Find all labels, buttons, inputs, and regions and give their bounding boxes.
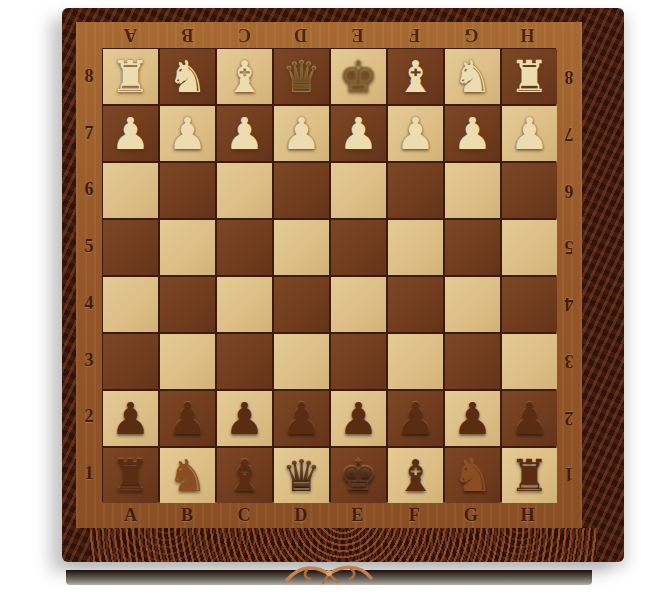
square-g6[interactable] — [445, 163, 500, 218]
rank-right-label-5: 5 — [556, 218, 582, 275]
board-frame: ABCDEFGH ABCDEFGH 87654321 87654321 ♜♞♝♛… — [76, 22, 582, 528]
file-bottom-label-c: C — [216, 502, 273, 528]
piece-dark-bishop-f1[interactable]: ♝ — [388, 448, 443, 503]
square-g7[interactable]: ♟ — [445, 106, 500, 161]
square-c5[interactable] — [217, 220, 272, 275]
square-f1[interactable]: ♝ — [388, 448, 443, 503]
rank-left-label-3: 3 — [76, 332, 102, 389]
piece-light-pawn-d7[interactable]: ♟ — [274, 106, 329, 161]
square-g8[interactable]: ♞ — [445, 49, 500, 104]
file-top-label-f: F — [386, 22, 443, 48]
rank-right-label-7: 7 — [556, 105, 582, 162]
square-d8[interactable]: ♛ — [274, 49, 329, 104]
square-c3[interactable] — [217, 334, 272, 389]
square-b5[interactable] — [160, 220, 215, 275]
piece-dark-pawn-d2[interactable]: ♟ — [274, 391, 329, 446]
square-b3[interactable] — [160, 334, 215, 389]
rank-left-label-7: 7 — [76, 105, 102, 162]
square-a7[interactable]: ♟ — [103, 106, 158, 161]
square-b7[interactable]: ♟ — [160, 106, 215, 161]
square-c8[interactable]: ♝ — [217, 49, 272, 104]
piece-dark-bishop-c1[interactable]: ♝ — [217, 448, 272, 503]
square-d5[interactable] — [274, 220, 329, 275]
square-b2[interactable]: ♟ — [160, 391, 215, 446]
coord-right: 87654321 — [556, 48, 582, 502]
square-a6[interactable] — [103, 163, 158, 218]
square-e3[interactable] — [331, 334, 386, 389]
square-f6[interactable] — [388, 163, 443, 218]
square-f5[interactable] — [388, 220, 443, 275]
square-a8[interactable]: ♜ — [103, 49, 158, 104]
file-top-label-g: G — [443, 22, 500, 48]
square-g4[interactable] — [445, 277, 500, 332]
square-h5[interactable] — [502, 220, 557, 275]
square-c4[interactable] — [217, 277, 272, 332]
square-a4[interactable] — [103, 277, 158, 332]
file-top-label-b: B — [159, 22, 216, 48]
square-g2[interactable]: ♟ — [445, 391, 500, 446]
piece-light-rook-h8[interactable]: ♜ — [502, 49, 557, 104]
rank-right-label-1: 1 — [556, 445, 582, 502]
square-b6[interactable] — [160, 163, 215, 218]
square-d4[interactable] — [274, 277, 329, 332]
piece-dark-rook-a1[interactable]: ♜ — [103, 448, 158, 503]
file-top-label-a: A — [102, 22, 159, 48]
square-a2[interactable]: ♟ — [103, 391, 158, 446]
file-bottom-label-h: H — [499, 502, 556, 528]
coord-left: 87654321 — [76, 48, 102, 502]
square-c2[interactable]: ♟ — [217, 391, 272, 446]
square-e4[interactable] — [331, 277, 386, 332]
square-b1[interactable]: ♞ — [160, 448, 215, 503]
square-e7[interactable]: ♟ — [331, 106, 386, 161]
piece-dark-pawn-h2[interactable]: ♟ — [502, 391, 557, 446]
square-h7[interactable]: ♟ — [502, 106, 557, 161]
piece-light-bishop-c8[interactable]: ♝ — [217, 49, 272, 104]
square-a5[interactable] — [103, 220, 158, 275]
square-d7[interactable]: ♟ — [274, 106, 329, 161]
carved-bottom-band — [90, 528, 596, 562]
piece-light-bishop-f8[interactable]: ♝ — [388, 49, 443, 104]
square-e2[interactable]: ♟ — [331, 391, 386, 446]
square-d2[interactable]: ♟ — [274, 391, 329, 446]
file-bottom-label-e: E — [329, 502, 386, 528]
square-f7[interactable]: ♟ — [388, 106, 443, 161]
square-f2[interactable]: ♟ — [388, 391, 443, 446]
piece-light-pawn-f7[interactable]: ♟ — [388, 106, 443, 161]
square-g3[interactable] — [445, 334, 500, 389]
file-bottom-label-a: A — [102, 502, 159, 528]
file-top-label-c: C — [216, 22, 273, 48]
square-b8[interactable]: ♞ — [160, 49, 215, 104]
copper-clasp-icon — [279, 560, 379, 590]
piece-dark-rook-h1[interactable]: ♜ — [502, 448, 557, 503]
piece-light-queen-d8[interactable]: ♛ — [274, 49, 329, 104]
square-h1[interactable]: ♜ — [502, 448, 557, 503]
coord-bottom: ABCDEFGH — [102, 502, 556, 528]
square-d1[interactable]: ♛ — [274, 448, 329, 503]
piece-light-pawn-h7[interactable]: ♟ — [502, 106, 557, 161]
file-top-label-e: E — [329, 22, 386, 48]
piece-dark-knight-b1[interactable]: ♞ — [160, 448, 215, 503]
coord-top: ABCDEFGH — [102, 22, 556, 48]
square-h3[interactable] — [502, 334, 557, 389]
square-c6[interactable] — [217, 163, 272, 218]
piece-light-pawn-c7[interactable]: ♟ — [217, 106, 272, 161]
piece-light-rook-a8[interactable]: ♜ — [103, 49, 158, 104]
square-g5[interactable] — [445, 220, 500, 275]
square-f4[interactable] — [388, 277, 443, 332]
rank-right-label-3: 3 — [556, 332, 582, 389]
rank-left-label-5: 5 — [76, 218, 102, 275]
rank-right-label-4: 4 — [556, 275, 582, 332]
square-a3[interactable] — [103, 334, 158, 389]
rank-left-label-2: 2 — [76, 389, 102, 446]
piece-light-knight-g8[interactable]: ♞ — [445, 49, 500, 104]
piece-light-pawn-e7[interactable]: ♟ — [331, 106, 386, 161]
piece-light-pawn-a7[interactable]: ♟ — [103, 106, 158, 161]
piece-light-knight-b8[interactable]: ♞ — [160, 49, 215, 104]
board-squares: ♜♞♝♛♚♝♞♜♟♟♟♟♟♟♟♟♟♟♟♟♟♟♟♟♜♞♝♛♚♝♞♜ — [102, 48, 556, 502]
square-d3[interactable] — [274, 334, 329, 389]
file-bottom-label-g: G — [443, 502, 500, 528]
square-c1[interactable]: ♝ — [217, 448, 272, 503]
square-h8[interactable]: ♜ — [502, 49, 557, 104]
square-f3[interactable] — [388, 334, 443, 389]
file-bottom-label-d: D — [272, 502, 329, 528]
piece-dark-pawn-e2[interactable]: ♟ — [331, 391, 386, 446]
piece-dark-knight-g1[interactable]: ♞ — [445, 448, 500, 503]
square-g1[interactable]: ♞ — [445, 448, 500, 503]
piece-light-pawn-g7[interactable]: ♟ — [445, 106, 500, 161]
file-top-label-h: H — [499, 22, 556, 48]
square-e6[interactable] — [331, 163, 386, 218]
piece-light-king-e8[interactable]: ♚ — [331, 49, 386, 104]
piece-dark-pawn-f2[interactable]: ♟ — [388, 391, 443, 446]
piece-dark-king-e1[interactable]: ♚ — [331, 448, 386, 503]
square-h6[interactable] — [502, 163, 557, 218]
square-d6[interactable] — [274, 163, 329, 218]
square-e1[interactable]: ♚ — [331, 448, 386, 503]
rank-right-label-8: 8 — [556, 48, 582, 105]
piece-dark-queen-d1[interactable]: ♛ — [274, 448, 329, 503]
piece-dark-pawn-g2[interactable]: ♟ — [445, 391, 500, 446]
square-f8[interactable]: ♝ — [388, 49, 443, 104]
rank-left-label-6: 6 — [76, 162, 102, 219]
rank-right-label-2: 2 — [556, 389, 582, 446]
file-bottom-label-f: F — [386, 502, 443, 528]
chess-board-box: ABCDEFGH ABCDEFGH 87654321 87654321 ♜♞♝♛… — [62, 8, 624, 562]
file-bottom-label-b: B — [159, 502, 216, 528]
piece-dark-pawn-b2[interactable]: ♟ — [160, 391, 215, 446]
rank-left-label-1: 1 — [76, 445, 102, 502]
square-e8[interactable]: ♚ — [331, 49, 386, 104]
photo-background: ABCDEFGH ABCDEFGH 87654321 87654321 ♜♞♝♛… — [0, 0, 658, 600]
square-c7[interactable]: ♟ — [217, 106, 272, 161]
square-b4[interactable] — [160, 277, 215, 332]
rank-left-label-8: 8 — [76, 48, 102, 105]
rank-right-label-6: 6 — [556, 162, 582, 219]
square-e5[interactable] — [331, 220, 386, 275]
square-h2[interactable]: ♟ — [502, 391, 557, 446]
square-a1[interactable]: ♜ — [103, 448, 158, 503]
piece-dark-pawn-c2[interactable]: ♟ — [217, 391, 272, 446]
rank-left-label-4: 4 — [76, 275, 102, 332]
square-h4[interactable] — [502, 277, 557, 332]
piece-light-pawn-b7[interactable]: ♟ — [160, 106, 215, 161]
piece-dark-pawn-a2[interactable]: ♟ — [103, 391, 158, 446]
file-top-label-d: D — [272, 22, 329, 48]
